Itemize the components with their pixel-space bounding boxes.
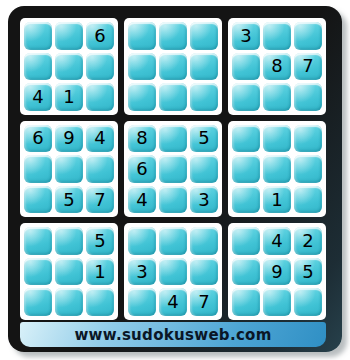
cell-r4c6[interactable]: 5 bbox=[190, 125, 218, 153]
cell-r6c8[interactable]: 1 bbox=[263, 186, 291, 214]
box-2-2: 85643 bbox=[124, 121, 222, 218]
cell-r1c3[interactable]: 6 bbox=[86, 22, 114, 50]
cell-r9c1[interactable] bbox=[24, 288, 52, 316]
cell-r1c6[interactable] bbox=[190, 22, 218, 50]
box-2-3: 1 bbox=[228, 121, 326, 218]
box-2-1: 69457 bbox=[20, 121, 118, 218]
cell-r4c4[interactable]: 8 bbox=[128, 125, 156, 153]
cell-r8c9[interactable]: 5 bbox=[294, 258, 322, 286]
cell-r5c9[interactable] bbox=[294, 155, 322, 183]
cell-r6c4[interactable]: 4 bbox=[128, 186, 156, 214]
cell-r8c5[interactable] bbox=[159, 258, 187, 286]
cell-r9c8[interactable] bbox=[263, 288, 291, 316]
cell-r8c6[interactable] bbox=[190, 258, 218, 286]
cell-r4c5[interactable] bbox=[159, 125, 187, 153]
box-1-1: 641 bbox=[20, 18, 118, 115]
cell-r3c5[interactable] bbox=[159, 83, 187, 111]
cell-r8c8[interactable]: 9 bbox=[263, 258, 291, 286]
cell-r1c2[interactable] bbox=[55, 22, 83, 50]
cell-r5c1[interactable] bbox=[24, 155, 52, 183]
cell-r2c3[interactable] bbox=[86, 53, 114, 81]
cell-r9c9[interactable] bbox=[294, 288, 322, 316]
cell-r8c3[interactable]: 1 bbox=[86, 258, 114, 286]
cell-r4c9[interactable] bbox=[294, 125, 322, 153]
box-3-3: 4295 bbox=[228, 223, 326, 320]
box-3-1: 51 bbox=[20, 223, 118, 320]
cell-r7c9[interactable]: 2 bbox=[294, 227, 322, 255]
cell-r7c1[interactable] bbox=[24, 227, 52, 255]
cell-r2c7[interactable] bbox=[232, 53, 260, 81]
cell-r2c1[interactable] bbox=[24, 53, 52, 81]
cell-r5c5[interactable] bbox=[159, 155, 187, 183]
cell-r2c8[interactable]: 8 bbox=[263, 53, 291, 81]
cell-r8c7[interactable] bbox=[232, 258, 260, 286]
cell-r2c2[interactable] bbox=[55, 53, 83, 81]
cell-r9c2[interactable] bbox=[55, 288, 83, 316]
cell-r6c6[interactable]: 3 bbox=[190, 186, 218, 214]
sudoku-board-frame: 64138769457856431513474295 www.sudokuswe… bbox=[8, 6, 342, 352]
cell-r4c3[interactable]: 4 bbox=[86, 125, 114, 153]
cell-r3c4[interactable] bbox=[128, 83, 156, 111]
cell-r4c2[interactable]: 9 bbox=[55, 125, 83, 153]
cell-r8c1[interactable] bbox=[24, 258, 52, 286]
cell-r4c7[interactable] bbox=[232, 125, 260, 153]
cell-r3c6[interactable] bbox=[190, 83, 218, 111]
sudoku-grid: 64138769457856431513474295 bbox=[20, 18, 326, 320]
cell-r3c7[interactable] bbox=[232, 83, 260, 111]
box-3-2: 347 bbox=[124, 223, 222, 320]
cell-r6c3[interactable]: 7 bbox=[86, 186, 114, 214]
cell-r8c2[interactable] bbox=[55, 258, 83, 286]
cell-r6c1[interactable] bbox=[24, 186, 52, 214]
cell-r2c4[interactable] bbox=[128, 53, 156, 81]
box-1-2 bbox=[124, 18, 222, 115]
cell-r1c1[interactable] bbox=[24, 22, 52, 50]
cell-r5c3[interactable] bbox=[86, 155, 114, 183]
cell-r1c8[interactable] bbox=[263, 22, 291, 50]
cell-r7c6[interactable] bbox=[190, 227, 218, 255]
cell-r6c5[interactable] bbox=[159, 186, 187, 214]
cell-r9c5[interactable]: 4 bbox=[159, 288, 187, 316]
cell-r1c7[interactable]: 3 bbox=[232, 22, 260, 50]
cell-r6c2[interactable]: 5 bbox=[55, 186, 83, 214]
box-1-3: 387 bbox=[228, 18, 326, 115]
cell-r1c5[interactable] bbox=[159, 22, 187, 50]
cell-r5c4[interactable]: 6 bbox=[128, 155, 156, 183]
cell-r6c7[interactable] bbox=[232, 186, 260, 214]
cell-r8c4[interactable]: 3 bbox=[128, 258, 156, 286]
cell-r5c6[interactable] bbox=[190, 155, 218, 183]
cell-r1c4[interactable] bbox=[128, 22, 156, 50]
cell-r9c3[interactable] bbox=[86, 288, 114, 316]
cell-r2c6[interactable] bbox=[190, 53, 218, 81]
cell-r7c7[interactable] bbox=[232, 227, 260, 255]
cell-r4c1[interactable]: 6 bbox=[24, 125, 52, 153]
cell-r5c7[interactable] bbox=[232, 155, 260, 183]
cell-r1c9[interactable] bbox=[294, 22, 322, 50]
cell-r2c9[interactable]: 7 bbox=[294, 53, 322, 81]
cell-r3c3[interactable] bbox=[86, 83, 114, 111]
footer-bar: www.sudokusweb.com bbox=[20, 322, 326, 347]
cell-r7c4[interactable] bbox=[128, 227, 156, 255]
cell-r9c7[interactable] bbox=[232, 288, 260, 316]
cell-r3c1[interactable]: 4 bbox=[24, 83, 52, 111]
cell-r3c8[interactable] bbox=[263, 83, 291, 111]
cell-r9c4[interactable] bbox=[128, 288, 156, 316]
cell-r3c9[interactable] bbox=[294, 83, 322, 111]
cell-r5c2[interactable] bbox=[55, 155, 83, 183]
cell-r5c8[interactable] bbox=[263, 155, 291, 183]
cell-r7c5[interactable] bbox=[159, 227, 187, 255]
cell-r9c6[interactable]: 7 bbox=[190, 288, 218, 316]
site-url: www.sudokusweb.com bbox=[74, 326, 271, 344]
cell-r3c2[interactable]: 1 bbox=[55, 83, 83, 111]
cell-r2c5[interactable] bbox=[159, 53, 187, 81]
cell-r7c2[interactable] bbox=[55, 227, 83, 255]
cell-r7c8[interactable]: 4 bbox=[263, 227, 291, 255]
cell-r4c8[interactable] bbox=[263, 125, 291, 153]
cell-r6c9[interactable] bbox=[294, 186, 322, 214]
cell-r7c3[interactable]: 5 bbox=[86, 227, 114, 255]
